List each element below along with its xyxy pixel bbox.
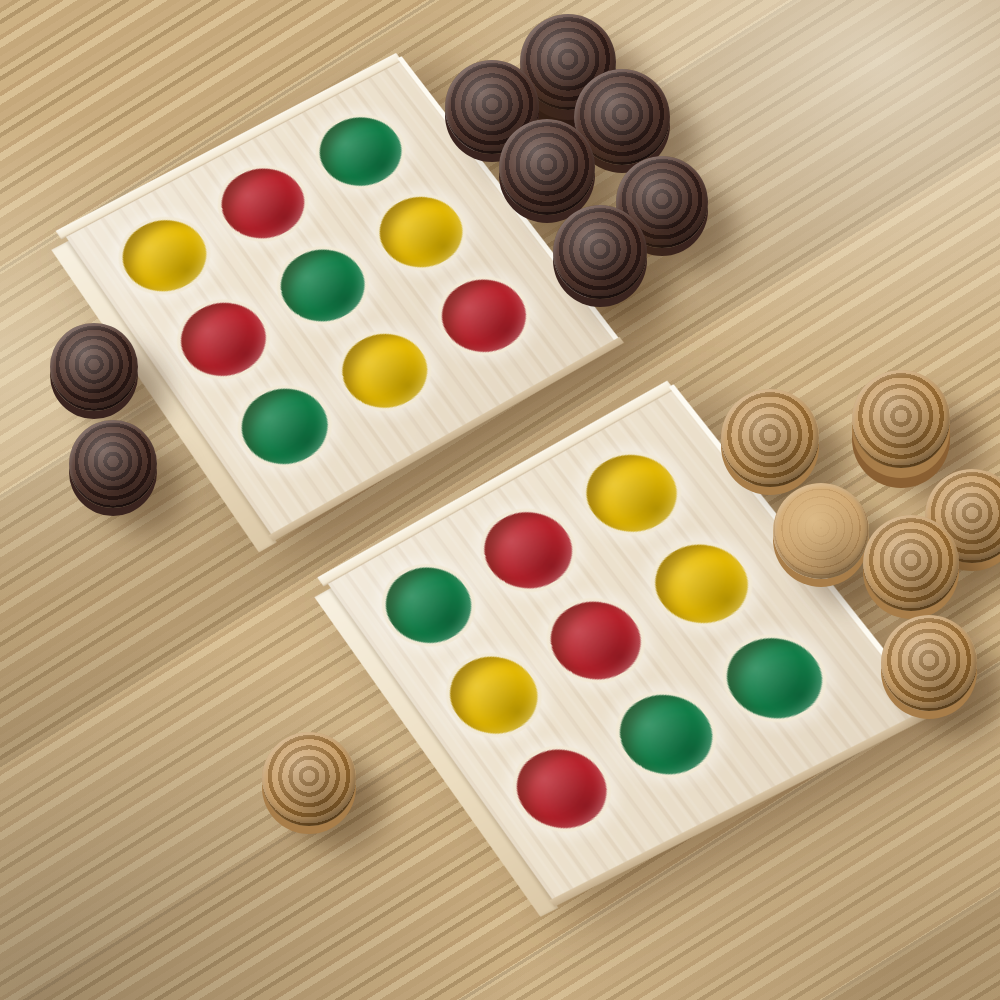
- light-checker-piece[interactable]: [773, 483, 869, 579]
- light-checker-piece[interactable]: [852, 370, 950, 468]
- dark-checker-piece[interactable]: [499, 119, 595, 215]
- light-checker-piece[interactable]: [863, 515, 959, 611]
- light-checker-piece[interactable]: [721, 389, 819, 487]
- dark-checker-piece[interactable]: [553, 205, 647, 299]
- dark-checker-piece[interactable]: [69, 420, 157, 508]
- light-checker-piece[interactable]: [881, 615, 977, 711]
- dark-checker-piece[interactable]: [50, 323, 138, 411]
- photo-scene: [0, 0, 1000, 1000]
- light-checker-piece[interactable]: [262, 732, 356, 826]
